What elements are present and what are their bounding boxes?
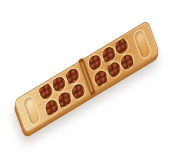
pit-south-1[interactable] [43, 98, 59, 117]
board-orientation-wrap [13, 20, 157, 131]
pit-north-1[interactable] [38, 82, 54, 101]
store-left-cavity [22, 95, 40, 125]
pit-south-2[interactable] [57, 90, 73, 109]
store-right-cavity [133, 28, 151, 58]
pit-south-5[interactable] [106, 60, 122, 79]
pit-north-6[interactable] [113, 36, 129, 55]
product-photo-scene [0, 0, 170, 153]
mancala-board [13, 19, 160, 133]
pit-north-5[interactable] [100, 44, 116, 63]
pit-north-2[interactable] [51, 74, 67, 93]
pit-south-6[interactable] [119, 52, 135, 71]
